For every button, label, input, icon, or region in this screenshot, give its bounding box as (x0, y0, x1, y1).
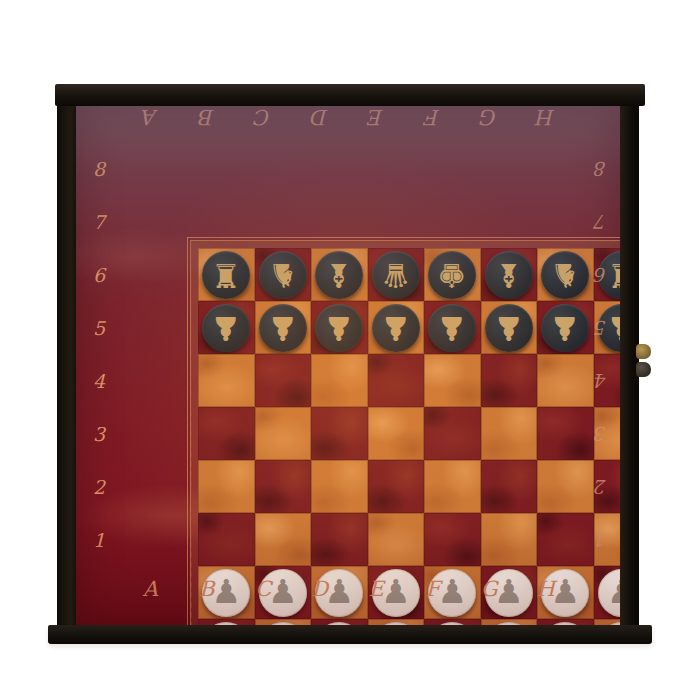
piece-white-knight[interactable]: ♞ (259, 622, 307, 626)
square-d4[interactable] (368, 460, 425, 513)
piece-white-king[interactable]: ♚ (428, 622, 476, 626)
square-e5[interactable] (424, 407, 481, 460)
rank-label-left-2: 2 (93, 476, 105, 498)
rank-label-right-7: 7 (595, 211, 607, 233)
rank-label-left-4: 4 (93, 370, 105, 392)
square-h1[interactable]: ♜ (594, 619, 621, 625)
square-g5[interactable] (537, 407, 594, 460)
black-bishop-glyph: ♝ (324, 259, 354, 292)
file-label-top-b: B (199, 106, 214, 129)
box-bottom-edge (48, 625, 652, 644)
piece-white-knight[interactable]: ♞ (541, 622, 589, 626)
square-d7[interactable]: ♟ (368, 301, 425, 354)
rank-label-right-6: 6 (595, 264, 607, 286)
piece-white-queen[interactable]: ♛ (372, 622, 420, 626)
rank-label-right-1: 1 (595, 529, 607, 551)
square-g6[interactable] (537, 354, 594, 407)
piece-black-king[interactable]: ♚ (428, 251, 476, 299)
square-b8[interactable]: ♞ (255, 248, 312, 301)
file-label-bottom-f: F (425, 577, 440, 601)
square-f4[interactable] (481, 460, 538, 513)
piece-black-knight[interactable]: ♞ (259, 251, 307, 299)
piece-black-rook[interactable]: ♜ (202, 251, 250, 299)
square-b1[interactable]: ♞ (255, 619, 312, 625)
file-label-top-d: D (311, 106, 328, 129)
square-d5[interactable] (368, 407, 425, 460)
square-e7[interactable]: ♟ (424, 301, 481, 354)
piece-black-pawn[interactable]: ♟ (372, 304, 420, 352)
square-f5[interactable] (481, 407, 538, 460)
black-pawn-glyph: ♟ (211, 312, 241, 345)
latch-knob-bottom (636, 362, 651, 377)
square-e8[interactable]: ♚ (424, 248, 481, 301)
rank-label-right-4: 4 (595, 370, 607, 392)
square-c7[interactable]: ♟ (311, 301, 368, 354)
rank-label-left-1: 1 (93, 529, 105, 551)
black-pawn-glyph: ♟ (550, 312, 580, 345)
square-g4[interactable] (537, 460, 594, 513)
piece-black-queen[interactable]: ♛ (372, 251, 420, 299)
rank-label-left-5: 5 (93, 317, 105, 339)
piece-white-rook[interactable]: ♜ (202, 622, 250, 626)
piece-white-bishop[interactable]: ♝ (485, 622, 533, 626)
square-b5[interactable] (255, 407, 312, 460)
black-pawn-glyph: ♟ (437, 312, 467, 345)
square-f6[interactable] (481, 354, 538, 407)
scene: ♜♞♝♛♚♝♞♜♟♟♟♟♟♟♟♟♟♟♟♟♟♟♟♟♜♞♝♛♚♝♞♜ AABBCCD… (0, 0, 700, 700)
piece-white-rook[interactable]: ♜ (598, 622, 620, 626)
square-a5[interactable] (198, 407, 255, 460)
file-label-bottom-g: G (481, 577, 498, 601)
square-c6[interactable] (311, 354, 368, 407)
piece-black-bishop[interactable]: ♝ (485, 251, 533, 299)
box-top-edge (55, 84, 645, 106)
white-pawn-glyph: ♟ (381, 575, 411, 608)
piece-black-pawn[interactable]: ♟ (428, 304, 476, 352)
file-label-bottom-d: D (311, 577, 328, 601)
square-b6[interactable] (255, 354, 312, 407)
square-f1[interactable]: ♝ (481, 619, 538, 625)
black-rook-glyph: ♜ (607, 259, 620, 292)
rank-label-left-6: 6 (93, 264, 105, 286)
black-knight-glyph: ♞ (268, 259, 298, 292)
black-pawn-glyph: ♟ (324, 312, 354, 345)
brass-latch (636, 343, 653, 379)
rank-label-right-8: 8 (595, 158, 607, 180)
square-a8[interactable]: ♜ (198, 248, 255, 301)
black-queen-glyph: ♛ (381, 259, 411, 292)
file-label-top-a: A (143, 106, 158, 129)
square-a3[interactable] (198, 513, 255, 566)
file-label-bottom-b: B (199, 577, 214, 601)
file-label-top-e: E (369, 106, 384, 129)
box-left-edge (57, 106, 76, 625)
black-pawn-glyph: ♟ (268, 312, 298, 345)
square-g8[interactable]: ♞ (537, 248, 594, 301)
square-a1[interactable]: ♜ (198, 619, 255, 625)
black-pawn-glyph: ♟ (381, 312, 411, 345)
piece-black-pawn[interactable]: ♟ (485, 304, 533, 352)
square-c4[interactable] (311, 460, 368, 513)
square-h2[interactable]: ♟ (594, 566, 621, 619)
file-label-top-h: H (537, 106, 555, 129)
square-g7[interactable]: ♟ (537, 301, 594, 354)
rank-label-left-7: 7 (93, 211, 105, 233)
square-b3[interactable] (255, 513, 312, 566)
square-e6[interactable] (424, 354, 481, 407)
piece-black-pawn[interactable]: ♟ (541, 304, 589, 352)
square-b4[interactable] (255, 460, 312, 513)
white-pawn-glyph: ♟ (494, 575, 524, 608)
black-rook-glyph: ♜ (211, 259, 241, 292)
square-c5[interactable] (311, 407, 368, 460)
board-surface: ♜♞♝♛♚♝♞♜♟♟♟♟♟♟♟♟♟♟♟♟♟♟♟♟♜♞♝♛♚♝♞♜ AABBCCD… (76, 106, 620, 625)
rank-label-right-3: 3 (595, 423, 607, 445)
square-d6[interactable] (368, 354, 425, 407)
file-label-bottom-e: E (369, 577, 384, 601)
square-d8[interactable]: ♛ (368, 248, 425, 301)
square-a4[interactable] (198, 460, 255, 513)
square-f3[interactable] (481, 513, 538, 566)
square-c3[interactable] (311, 513, 368, 566)
file-label-top-c: C (255, 106, 271, 129)
file-label-top-g: G (481, 106, 498, 129)
rank-label-right-5: 5 (595, 317, 607, 339)
piece-black-pawn[interactable]: ♟ (259, 304, 307, 352)
white-pawn-glyph: ♟ (268, 575, 298, 608)
square-f7[interactable]: ♟ (481, 301, 538, 354)
square-e1[interactable]: ♚ (424, 619, 481, 625)
square-e3[interactable] (424, 513, 481, 566)
square-c8[interactable]: ♝ (311, 248, 368, 301)
black-knight-glyph: ♞ (550, 259, 580, 292)
piece-black-pawn[interactable]: ♟ (202, 304, 250, 352)
square-f8[interactable]: ♝ (481, 248, 538, 301)
rank-label-left-3: 3 (93, 423, 105, 445)
square-g3[interactable] (537, 513, 594, 566)
piece-black-knight[interactable]: ♞ (541, 251, 589, 299)
file-label-bottom-h: H (537, 577, 555, 601)
white-pawn-glyph: ♟ (211, 575, 241, 608)
black-bishop-glyph: ♝ (494, 259, 524, 292)
rank-label-right-2: 2 (595, 476, 607, 498)
square-e4[interactable] (424, 460, 481, 513)
square-b7[interactable]: ♟ (255, 301, 312, 354)
white-pawn-glyph: ♟ (607, 575, 620, 608)
square-d1[interactable]: ♛ (368, 619, 425, 625)
white-pawn-glyph: ♟ (324, 575, 354, 608)
piece-black-pawn[interactable]: ♟ (315, 304, 363, 352)
black-king-glyph: ♚ (437, 259, 467, 292)
white-pawn-glyph: ♟ (437, 575, 467, 608)
square-g1[interactable]: ♞ (537, 619, 594, 625)
latch-knob-top (636, 344, 651, 359)
file-label-bottom-c: C (255, 577, 271, 601)
square-a7[interactable]: ♟ (198, 301, 255, 354)
file-label-top-f: F (425, 106, 440, 129)
piece-white-bishop[interactable]: ♝ (315, 622, 363, 626)
square-c1[interactable]: ♝ (311, 619, 368, 625)
piece-white-pawn[interactable]: ♟ (598, 569, 620, 617)
piece-black-bishop[interactable]: ♝ (315, 251, 363, 299)
square-a6[interactable] (198, 354, 255, 407)
file-label-bottom-a: A (143, 577, 158, 601)
black-pawn-glyph: ♟ (494, 312, 524, 345)
rank-label-left-8: 8 (93, 158, 105, 180)
chess-board: ♜♞♝♛♚♝♞♜♟♟♟♟♟♟♟♟♟♟♟♟♟♟♟♟♜♞♝♛♚♝♞♜ (198, 248, 620, 625)
square-d3[interactable] (368, 513, 425, 566)
black-pawn-glyph: ♟ (607, 312, 620, 345)
